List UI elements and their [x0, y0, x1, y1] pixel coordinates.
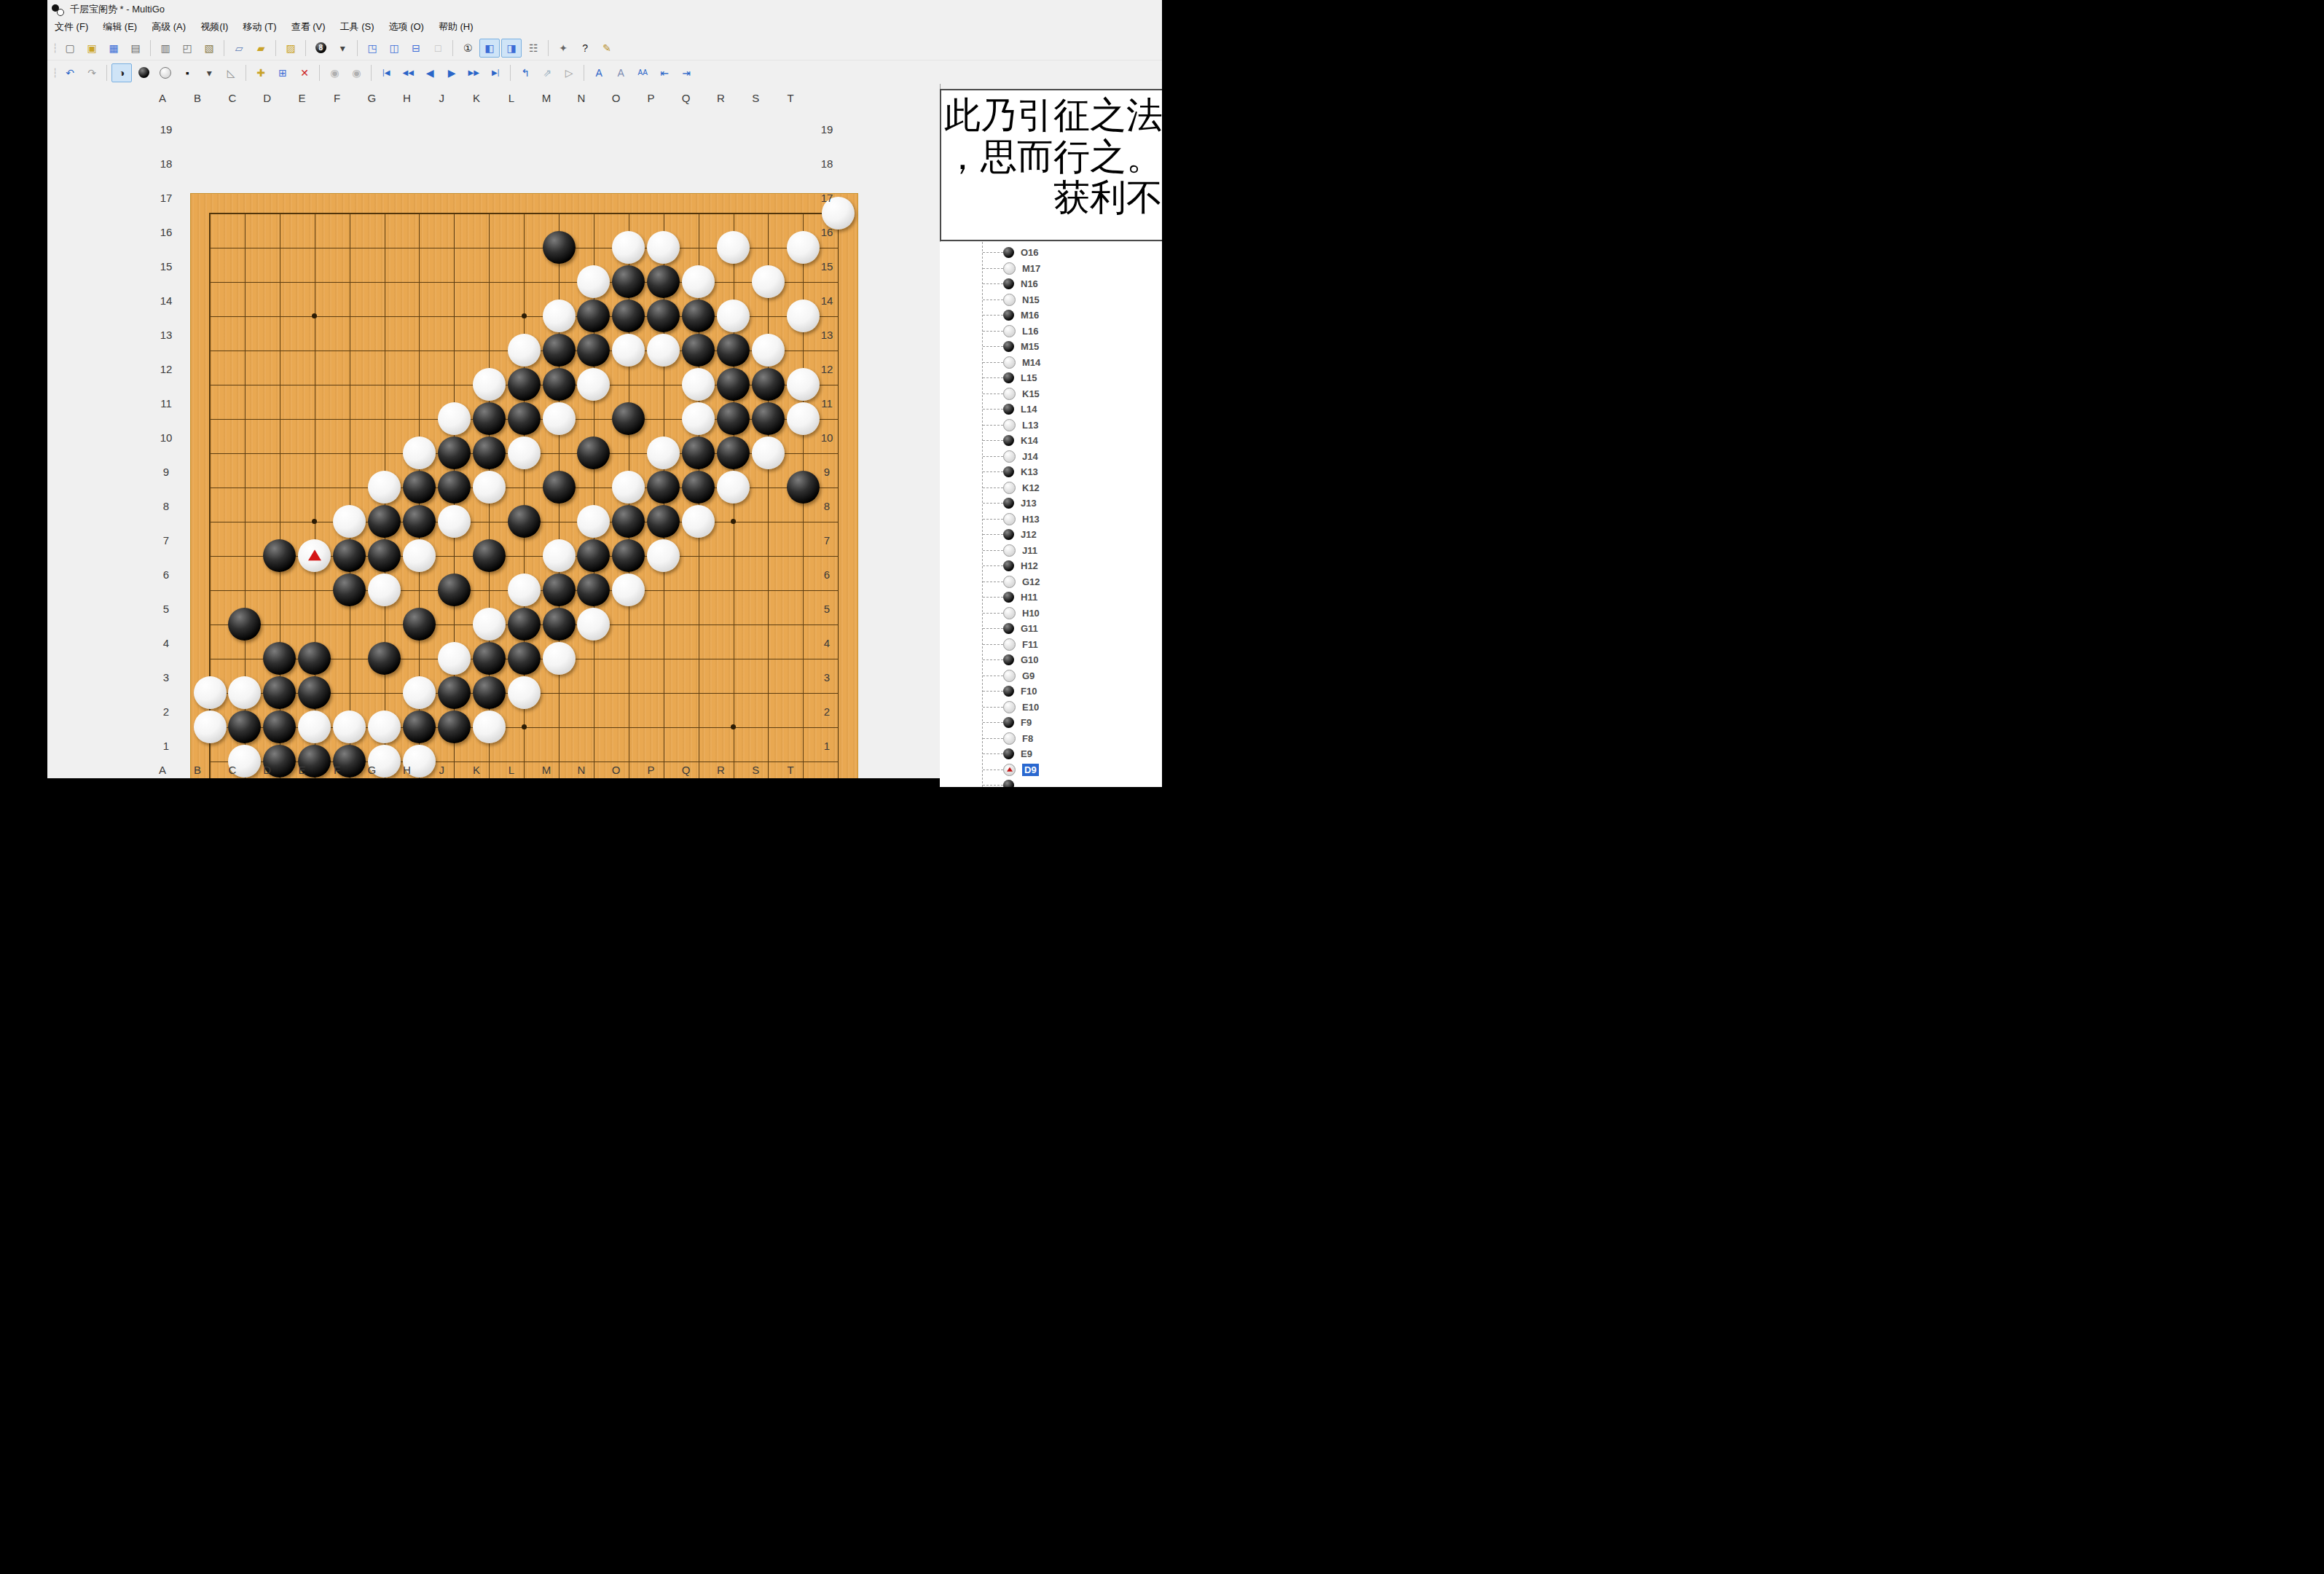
paste-icon[interactable]: ▰ [251, 39, 271, 58]
stone-O11-black[interactable] [647, 471, 680, 504]
eraser-icon[interactable]: ◺ [221, 63, 241, 82]
tree-move-label-H10[interactable]: H10 [1022, 608, 1040, 619]
stone-P10-white[interactable] [682, 505, 715, 538]
tree-move-label-G10[interactable]: G10 [1021, 654, 1039, 665]
stone-G7-black[interactable] [403, 608, 436, 641]
tree-branch-line [983, 440, 1003, 441]
tree-branch-line [983, 503, 1003, 504]
tree-branch-line [983, 252, 1003, 253]
star-point-K16 [522, 313, 527, 318]
stone-C6-black[interactable] [263, 642, 296, 675]
undo-icon[interactable]: ↶ [60, 63, 80, 82]
tree-node-L14[interactable]: L14 [940, 402, 1162, 417]
comment-text: 此乃引征之法 ，思而行之。 获利不 [944, 95, 1162, 219]
stone-G11-black[interactable] [403, 471, 436, 504]
tools-icon[interactable]: ✦ [553, 39, 573, 58]
menu-item-3[interactable]: 视频(I) [193, 18, 235, 36]
tree-node-J11[interactable]: J11 [940, 543, 1162, 558]
tree-move-label-G9[interactable]: G9 [1022, 670, 1035, 681]
stone-K5-white[interactable] [508, 676, 541, 709]
go-first-icon[interactable]: |◀ [376, 63, 396, 82]
tree-stone-icon-black [1003, 404, 1014, 415]
bottom-coord-N: N [574, 764, 589, 776]
stone-K14-black[interactable] [508, 368, 541, 401]
tree-move-label-H13[interactable]: H13 [1022, 514, 1040, 525]
stone-Q13-black[interactable] [717, 402, 750, 435]
tree-node-K14[interactable]: K14 [940, 433, 1162, 448]
bottom-coord-A: A [155, 764, 170, 776]
stone-L13-white[interactable] [543, 402, 576, 435]
stone-F11-white[interactable] [368, 471, 401, 504]
stone-Q16-white[interactable] [717, 299, 750, 332]
tree-branch-line [983, 722, 1003, 723]
right-coord-11: 11 [816, 397, 838, 410]
right-coord-6: 6 [816, 568, 838, 581]
numbered-stone-icon[interactable]: 8 [310, 39, 331, 58]
stone-H4-black[interactable] [438, 710, 471, 743]
tree-node-K13[interactable]: K13 [940, 464, 1162, 479]
stone-H6-white[interactable] [438, 642, 471, 675]
tree-stone-icon-white [1003, 544, 1016, 557]
tree-node-G12[interactable]: G12 [940, 574, 1162, 590]
tree-move-label-E10[interactable]: E10 [1022, 702, 1039, 713]
tree-move-label-N15[interactable]: N15 [1022, 294, 1040, 305]
auto-play-icon[interactable]: ▷ [559, 63, 579, 82]
tree-move-label-J11[interactable]: J11 [1022, 545, 1037, 556]
stone-G5-white[interactable] [403, 676, 436, 709]
stone-N10-black[interactable] [612, 505, 645, 538]
stone-S11-black[interactable] [787, 471, 820, 504]
tree-stone-icon-white [1003, 732, 1016, 745]
stone-L9-white[interactable] [543, 539, 576, 572]
left-coord-10: 10 [155, 431, 177, 444]
tree-node-L15[interactable]: L15 [940, 370, 1162, 385]
stone-K12-white[interactable] [508, 436, 541, 469]
stone-E4-white[interactable] [333, 710, 366, 743]
tree-branch-line [983, 659, 1003, 660]
delete-move-icon[interactable]: ✕ [294, 63, 315, 82]
stone-Q12-black[interactable] [717, 436, 750, 469]
label-black-icon[interactable]: A [589, 63, 609, 82]
fast-forward-icon[interactable]: ▶▶ [463, 63, 484, 82]
stone-D5-black[interactable] [298, 676, 331, 709]
open-file-icon[interactable]: ▣ [82, 39, 102, 58]
stone-N13-black[interactable] [612, 402, 645, 435]
tree-branch-line [983, 597, 1003, 598]
up-variation-icon[interactable]: ↰ [515, 63, 535, 82]
bottom-coord-R: R [713, 764, 728, 776]
place-black-stone-icon[interactable] [133, 63, 154, 82]
tree-stone-icon-white [1003, 638, 1016, 651]
last-move-triangle-icon [308, 549, 321, 560]
menu-item-6[interactable]: 工具 (S) [333, 18, 382, 36]
tree-node-H12[interactable]: H12 [940, 558, 1162, 573]
menu-item-4[interactable]: 移动 (T) [235, 18, 283, 36]
stone-J4-white[interactable] [473, 710, 506, 743]
tree-move-label-L15[interactable]: L15 [1021, 372, 1037, 383]
pan-hand-icon[interactable]: ✚ [251, 63, 271, 82]
stone-R13-black[interactable] [752, 402, 785, 435]
tree-move-label-J14[interactable]: J14 [1022, 451, 1038, 462]
jump-forward-icon[interactable]: ⇥ [676, 63, 696, 82]
stone-Q18-white[interactable] [717, 231, 750, 264]
tree-move-label-M17[interactable]: M17 [1022, 263, 1040, 274]
tree-stone-icon-black [1003, 278, 1014, 289]
tree-branch-line [983, 519, 1003, 520]
left-coord-9: 9 [155, 466, 177, 478]
stone-L14-black[interactable] [543, 368, 576, 401]
stone-S18-white[interactable] [787, 231, 820, 264]
stone-L16-white[interactable] [543, 299, 576, 332]
tree-move-label-G12[interactable]: G12 [1022, 576, 1040, 587]
stone-G9-white[interactable] [403, 539, 436, 572]
redo-icon[interactable]: ↷ [82, 63, 102, 82]
tree-node-K12[interactable]: K12 [940, 480, 1162, 496]
stone-C4-black[interactable] [263, 710, 296, 743]
stone-F8-white[interactable] [368, 573, 401, 606]
stone-P14-white[interactable] [682, 368, 715, 401]
panel-tree-right-toggle-icon[interactable]: ◨ [501, 39, 522, 58]
stone-J13-black[interactable] [473, 402, 506, 435]
stone-S16-white[interactable] [787, 299, 820, 332]
save-file-icon[interactable]: ▦ [103, 39, 124, 58]
menu-item-5[interactable]: 查看 (V) [284, 18, 333, 36]
bottom-coord-K: K [469, 764, 484, 776]
number-mode-dropdown-icon[interactable]: ▾ [332, 39, 353, 58]
tree-move-label-K15[interactable]: K15 [1022, 388, 1040, 399]
stone-N9-black[interactable] [612, 539, 645, 572]
tree-node-E9[interactable]: E9 [940, 746, 1162, 761]
stone-G12-white[interactable] [403, 436, 436, 469]
stone-L15-black[interactable] [543, 334, 576, 367]
toolbar-separator [371, 65, 372, 81]
stone-J5-black[interactable] [473, 676, 506, 709]
tree-node-F11[interactable]: F11 [940, 637, 1162, 652]
insert-move-icon[interactable]: ⊞ [272, 63, 293, 82]
stone-N11-white[interactable] [612, 471, 645, 504]
right-coord-7: 7 [816, 534, 838, 547]
stone-O17-black[interactable] [647, 265, 680, 298]
panel-tree-left-toggle-icon[interactable]: ◧ [479, 39, 500, 58]
tree-move-label-D9[interactable]: D9 [1022, 764, 1039, 776]
bottom-coord-Q: Q [679, 764, 694, 776]
top-coord-B: B [190, 92, 205, 104]
stone-N17-black[interactable] [612, 265, 645, 298]
tree-move-label-H11[interactable]: H11 [1021, 592, 1037, 603]
tree-node-M14[interactable]: M14 [940, 355, 1162, 370]
stone-H13-white[interactable] [438, 402, 471, 435]
stone-P17-white[interactable] [682, 265, 715, 298]
stone-P15-black[interactable] [682, 334, 715, 367]
tree-node-L16[interactable]: L16 [940, 324, 1162, 339]
tree-node-H11[interactable]: H11 [940, 590, 1162, 605]
tree-node-J12[interactable]: J12 [940, 527, 1162, 542]
stone-J12-black[interactable] [473, 436, 506, 469]
tree-node-clipped[interactable] [940, 778, 1162, 787]
stone-J7-white[interactable] [473, 608, 506, 641]
tree-move-label-L14[interactable]: L14 [1021, 404, 1037, 415]
tree-stone-icon-white [1003, 356, 1016, 369]
tree-branch-line [983, 738, 1003, 739]
top-coord-D: D [260, 92, 275, 104]
tree-branch-line [983, 393, 1003, 394]
stone-E8-black[interactable] [333, 573, 366, 606]
tree-node-N15[interactable]: N15 [940, 292, 1162, 308]
stone-N16-black[interactable] [612, 299, 645, 332]
tree-node-E10[interactable]: E10 [940, 700, 1162, 715]
print-icon[interactable]: ▥ [155, 39, 176, 58]
tree-node-M17[interactable]: M17 [940, 261, 1162, 276]
stone-S13-white[interactable] [787, 402, 820, 435]
step-forward-icon[interactable]: ▶ [441, 63, 462, 82]
brush-annotate-icon[interactable]: ✎ [597, 39, 617, 58]
tree-move-label-O16[interactable]: O16 [1021, 247, 1039, 258]
tree-node-O16[interactable]: O16 [940, 245, 1162, 260]
tree-stone-icon-black [1003, 341, 1014, 352]
toolbar-separator [357, 40, 358, 56]
bottom-coord-M: M [539, 764, 554, 776]
stone-S14-white[interactable] [787, 368, 820, 401]
toolbar-main: ┆▢▣▦▤▥◰▧▱▰▨8▾◳◫⊟□①◧◨☷✦?✎ [47, 36, 1162, 60]
stone-E10-white[interactable] [333, 505, 366, 538]
stone-C9-black[interactable] [263, 539, 296, 572]
stone-R15-white[interactable] [752, 334, 785, 367]
tree-node-F9[interactable]: F9 [940, 715, 1162, 730]
toolbar-separator [510, 65, 511, 81]
tree-branch-line [983, 770, 1003, 770]
tree-stone-icon-white [1003, 513, 1016, 525]
marker-square-icon[interactable]: ▪ [177, 63, 197, 82]
stone-K10-black[interactable] [508, 505, 541, 538]
stone-H5-black[interactable] [438, 676, 471, 709]
stone-N15-white[interactable] [612, 334, 645, 367]
tree-node-H13[interactable]: H13 [940, 512, 1162, 527]
stone-F10-black[interactable] [368, 505, 401, 538]
stone-K15-white[interactable] [508, 334, 541, 367]
app-go-stones-icon [51, 3, 64, 16]
tree-move-label-F9[interactable]: F9 [1021, 717, 1032, 728]
stone-K13-black[interactable] [508, 402, 541, 435]
stone-L8-black[interactable] [543, 573, 576, 606]
tree-stone-icon-white [1003, 764, 1016, 776]
find-position-icon[interactable]: AA [632, 63, 653, 82]
left-coord-5: 5 [155, 603, 177, 615]
stone-K7-black[interactable] [508, 608, 541, 641]
stone-L7-black[interactable] [543, 608, 576, 641]
menu-item-0[interactable]: 文件 (F) [47, 18, 95, 36]
star-point-Q4 [731, 724, 736, 729]
tree-move-label-G11[interactable]: G11 [1021, 623, 1038, 634]
tree-move-label-H12[interactable]: H12 [1021, 560, 1038, 571]
tree-branch-line [983, 628, 1003, 629]
stone-H12-black[interactable] [438, 436, 471, 469]
stone-R12-white[interactable] [752, 436, 785, 469]
left-coord-7: 7 [155, 534, 177, 547]
prev-marked-icon[interactable]: ◉ [324, 63, 345, 82]
tree-move-label-N16[interactable]: N16 [1021, 278, 1038, 289]
tree-structure-icon[interactable]: ☷ [523, 39, 543, 58]
tree-move-label-J13[interactable]: J13 [1021, 498, 1037, 509]
stone-R14-black[interactable] [752, 368, 785, 401]
tree-move-label-L16[interactable]: L16 [1022, 326, 1038, 337]
comment-panel[interactable]: 此乃引征之法 ，思而行之。 获利不 [940, 89, 1162, 241]
stone-D6-black[interactable] [298, 642, 331, 675]
layout-blank-icon[interactable]: □ [428, 39, 448, 58]
stone-N8-white[interactable] [612, 573, 645, 606]
stone-N18-white[interactable] [612, 231, 645, 264]
save-as-icon[interactable]: ▤ [125, 39, 146, 58]
goban[interactable] [191, 194, 857, 787]
tree-stone-icon-black [1003, 717, 1014, 728]
marker-dropdown-icon[interactable]: ▾ [199, 63, 219, 82]
stone-O16-black[interactable] [647, 299, 680, 332]
stone-P16-black[interactable] [682, 299, 715, 332]
new-file-icon[interactable]: ▢ [60, 39, 80, 58]
alternate-stones-icon[interactable]: ◑ [111, 63, 132, 82]
stone-G4-black[interactable] [403, 710, 436, 743]
tree-node-M16[interactable]: M16 [940, 308, 1162, 323]
tree-node-F10[interactable]: F10 [940, 684, 1162, 699]
tree-stone-icon-white [1003, 450, 1016, 463]
stone-J6-black[interactable] [473, 642, 506, 675]
tree-node-G9[interactable]: G9 [940, 668, 1162, 684]
tree-move-label-M15[interactable]: M15 [1021, 341, 1039, 352]
stone-F4-white[interactable] [368, 710, 401, 743]
stone-A5-white[interactable] [194, 676, 227, 709]
menu-item-1[interactable]: 编辑 (E) [95, 18, 144, 36]
toolbar-edit: ┆↶↷◑▪▾◺✚⊞✕◉◉|◀◀◀◀▶▶▶▶|↰⇗▷AAAA⇤⇥ [47, 60, 1162, 85]
left-coord-15: 15 [155, 260, 177, 273]
move-number-1-icon[interactable]: ① [458, 39, 478, 58]
stone-Q15-black[interactable] [717, 334, 750, 367]
export-image-icon[interactable]: ▧ [199, 39, 219, 58]
stone-D4-white[interactable] [298, 710, 331, 743]
stone-Q11-white[interactable] [717, 471, 750, 504]
stone-J9-black[interactable] [473, 539, 506, 572]
toolbar-grip: ┆ [52, 68, 56, 78]
tree-node-H10[interactable]: H10 [940, 606, 1162, 621]
tree-move-label-F11[interactable]: F11 [1022, 639, 1038, 650]
tree-node-K15[interactable]: K15 [940, 386, 1162, 402]
stone-H11-black[interactable] [438, 471, 471, 504]
next-marked-icon[interactable]: ◉ [346, 63, 366, 82]
stone-K8-white[interactable] [508, 573, 541, 606]
stone-R17-white[interactable] [752, 265, 785, 298]
fast-backward-icon[interactable]: ◀◀ [398, 63, 418, 82]
stone-O10-black[interactable] [647, 505, 680, 538]
right-coord-13: 13 [816, 329, 838, 341]
tree-stone-icon-white [1003, 325, 1016, 337]
tree-move-label-F8[interactable]: F8 [1022, 733, 1033, 744]
stone-L11-black[interactable] [543, 471, 576, 504]
menu-item-2[interactable]: 高级 (A) [144, 18, 193, 36]
stone-H8-black[interactable] [438, 573, 471, 606]
move-tree-panel[interactable]: O16M17N16N15M16L16M15M14L15K15L14L13K14J… [940, 242, 1162, 787]
step-backward-icon[interactable]: ◀ [420, 63, 440, 82]
bottom-coord-D: D [260, 764, 275, 776]
copy-icon[interactable]: ▱ [229, 39, 249, 58]
tree-triangle-icon [1007, 767, 1013, 772]
menu-item-8[interactable]: 帮助 (H) [431, 18, 481, 36]
stone-J11-white[interactable] [473, 471, 506, 504]
stone-F9-black[interactable] [368, 539, 401, 572]
tree-move-label-J12[interactable]: J12 [1021, 529, 1037, 540]
go-last-icon[interactable]: ▶| [485, 63, 506, 82]
print-preview-icon[interactable]: ◰ [177, 39, 197, 58]
tree-move-label-K13[interactable]: K13 [1021, 466, 1038, 477]
game-info-icon[interactable]: ▨ [280, 39, 301, 58]
stone-D9-white[interactable] [298, 539, 331, 572]
tree-node-L13[interactable]: L13 [940, 418, 1162, 433]
tree-branch-line [983, 582, 1003, 582]
tree-move-label-L13[interactable]: L13 [1022, 420, 1038, 431]
stone-O18-white[interactable] [647, 231, 680, 264]
tree-stone-icon-white [1003, 419, 1016, 431]
down-variation-icon[interactable]: ⇗ [537, 63, 557, 82]
stone-J14-white[interactable] [473, 368, 506, 401]
tree-branch-line [983, 409, 1003, 410]
tree-node-G11[interactable]: G11 [940, 621, 1162, 636]
stone-H10-white[interactable] [438, 505, 471, 538]
stone-P13-white[interactable] [682, 402, 715, 435]
stone-Q14-black[interactable] [717, 368, 750, 401]
menu-bar: 文件 (F)编辑 (E)高级 (A)视频(I)移动 (T)查看 (V)工具 (S… [47, 18, 1162, 36]
tree-node-F8[interactable]: F8 [940, 731, 1162, 746]
stone-O9-white[interactable] [647, 539, 680, 572]
tree-node-J14[interactable]: J14 [940, 449, 1162, 464]
tree-move-label-M16[interactable]: M16 [1021, 310, 1039, 321]
stone-P12-black[interactable] [682, 436, 715, 469]
stone-O15-white[interactable] [647, 334, 680, 367]
stone-L18-black[interactable] [543, 231, 576, 264]
place-white-stone-icon[interactable] [155, 63, 176, 82]
top-coord-N: N [574, 92, 589, 104]
tree-move-label-K12[interactable]: K12 [1022, 482, 1040, 493]
tree-node-N16[interactable]: N16 [940, 276, 1162, 291]
stone-F6-black[interactable] [368, 642, 401, 675]
tree-move-label-F10[interactable]: F10 [1021, 686, 1037, 697]
stone-P11-black[interactable] [682, 471, 715, 504]
tree-node-G10[interactable]: G10 [940, 652, 1162, 667]
tree-node-D9[interactable]: D9 [940, 762, 1162, 778]
stone-O12-white[interactable] [647, 436, 680, 469]
layout-split-horizontal-icon[interactable]: ⊟ [406, 39, 426, 58]
tree-stone-icon-black [1003, 466, 1014, 477]
tree-move-label-E9[interactable]: E9 [1021, 748, 1032, 759]
right-coord-15: 15 [816, 260, 838, 273]
layout-split-vertical-icon[interactable]: ◫ [384, 39, 404, 58]
stone-L6-white[interactable] [543, 642, 576, 675]
label-white-icon[interactable]: A [611, 63, 631, 82]
stone-C5-black[interactable] [263, 676, 296, 709]
jump-backward-icon[interactable]: ⇤ [654, 63, 675, 82]
tree-node-J13[interactable]: J13 [940, 496, 1162, 511]
tree-stone-icon-white [1003, 262, 1016, 275]
stone-E9-black[interactable] [333, 539, 366, 572]
title-bar[interactable]: 千层宝阁势 * - MultiGo [47, 0, 1162, 18]
tree-node-M15[interactable]: M15 [940, 339, 1162, 354]
context-help-icon[interactable]: ? [575, 39, 595, 58]
tree-move-label-M14[interactable]: M14 [1022, 357, 1040, 368]
layout-board-icon[interactable]: ◳ [362, 39, 382, 58]
stone-A4-white[interactable] [194, 710, 227, 743]
left-coord-4: 4 [155, 637, 177, 649]
tree-move-label-K14[interactable]: K14 [1021, 435, 1038, 446]
stone-G10-black[interactable] [403, 505, 436, 538]
bottom-coord-O: O [609, 764, 624, 776]
stone-K6-black[interactable] [508, 642, 541, 675]
menu-item-7[interactable]: 选项 (O) [382, 18, 431, 36]
